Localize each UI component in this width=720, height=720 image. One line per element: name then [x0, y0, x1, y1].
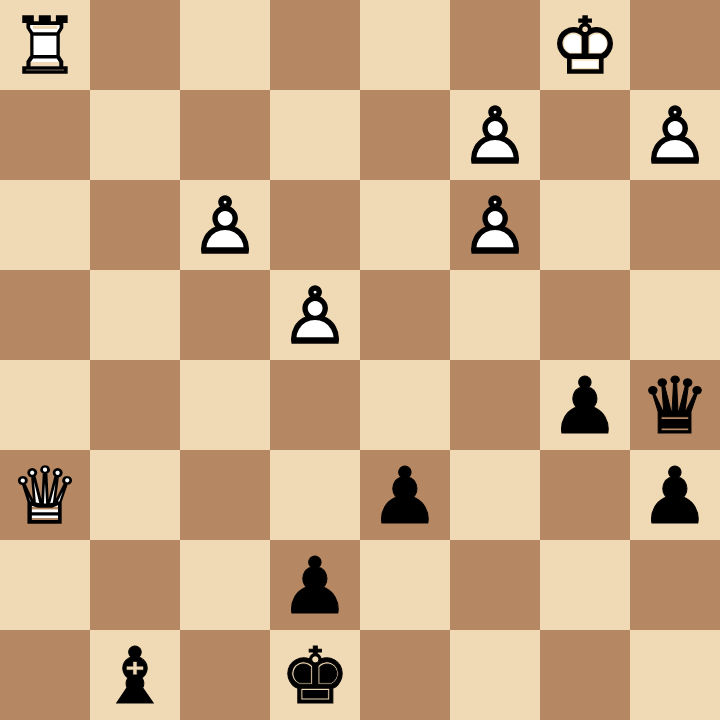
square-h4[interactable]: ♛: [630, 360, 720, 450]
black-bishop[interactable]: ♝: [90, 630, 180, 720]
queen-solid-glyph: ♛: [630, 360, 720, 450]
square-a4[interactable]: [0, 360, 90, 450]
square-c5[interactable]: [180, 270, 270, 360]
square-c7[interactable]: [180, 90, 270, 180]
pawn-outline-glyph: ♙: [450, 180, 540, 270]
black-queen[interactable]: ♛: [630, 360, 720, 450]
square-f8[interactable]: [450, 0, 540, 90]
pawn-solid-glyph: ♟: [360, 450, 450, 540]
square-d5[interactable]: ♟♙: [270, 270, 360, 360]
square-b8[interactable]: [90, 0, 180, 90]
square-h8[interactable]: [630, 0, 720, 90]
black-pawn[interactable]: ♟: [270, 540, 360, 630]
square-b3[interactable]: [90, 450, 180, 540]
square-e4[interactable]: [360, 360, 450, 450]
square-d8[interactable]: [270, 0, 360, 90]
square-c8[interactable]: [180, 0, 270, 90]
pawn-solid-glyph: ♟: [540, 360, 630, 450]
white-pawn[interactable]: ♟♙: [630, 90, 720, 180]
square-g3[interactable]: [540, 450, 630, 540]
square-f2[interactable]: [450, 540, 540, 630]
rook-outline-glyph: ♖: [0, 0, 90, 90]
white-pawn[interactable]: ♟♙: [450, 180, 540, 270]
square-e2[interactable]: [360, 540, 450, 630]
white-pawn[interactable]: ♟♙: [270, 270, 360, 360]
white-queen[interactable]: ♛♕: [0, 450, 90, 540]
chess-board: ♜♖♚♔♟♙♟♙♟♙♟♙♟♙♟♛♛♕♟♟♟♝♚: [0, 0, 720, 720]
square-f4[interactable]: [450, 360, 540, 450]
square-a8[interactable]: ♜♖: [0, 0, 90, 90]
square-h6[interactable]: [630, 180, 720, 270]
white-pawn[interactable]: ♟♙: [450, 90, 540, 180]
square-c3[interactable]: [180, 450, 270, 540]
square-c6[interactable]: ♟♙: [180, 180, 270, 270]
square-g1[interactable]: [540, 630, 630, 720]
pawn-outline-glyph: ♙: [630, 90, 720, 180]
square-g7[interactable]: [540, 90, 630, 180]
square-g6[interactable]: [540, 180, 630, 270]
square-e7[interactable]: [360, 90, 450, 180]
square-f1[interactable]: [450, 630, 540, 720]
pawn-outline-glyph: ♙: [450, 90, 540, 180]
white-rook[interactable]: ♜♖: [0, 0, 90, 90]
square-b5[interactable]: [90, 270, 180, 360]
square-a5[interactable]: [0, 270, 90, 360]
square-h1[interactable]: [630, 630, 720, 720]
square-a1[interactable]: [0, 630, 90, 720]
square-a2[interactable]: [0, 540, 90, 630]
square-b7[interactable]: [90, 90, 180, 180]
square-h3[interactable]: ♟: [630, 450, 720, 540]
square-g5[interactable]: [540, 270, 630, 360]
square-c2[interactable]: [180, 540, 270, 630]
square-f6[interactable]: ♟♙: [450, 180, 540, 270]
square-d1[interactable]: ♚: [270, 630, 360, 720]
pawn-solid-glyph: ♟: [270, 540, 360, 630]
king-outline-glyph: ♔: [540, 0, 630, 90]
white-king[interactable]: ♚♔: [540, 0, 630, 90]
pawn-outline-glyph: ♙: [180, 180, 270, 270]
square-d6[interactable]: [270, 180, 360, 270]
black-pawn[interactable]: ♟: [540, 360, 630, 450]
pawn-outline-glyph: ♙: [270, 270, 360, 360]
white-pawn[interactable]: ♟♙: [180, 180, 270, 270]
square-a7[interactable]: [0, 90, 90, 180]
pawn-solid-glyph: ♟: [630, 450, 720, 540]
king-solid-glyph: ♚: [270, 630, 360, 720]
square-d3[interactable]: [270, 450, 360, 540]
square-d2[interactable]: ♟: [270, 540, 360, 630]
square-e6[interactable]: [360, 180, 450, 270]
square-e1[interactable]: [360, 630, 450, 720]
square-f7[interactable]: ♟♙: [450, 90, 540, 180]
square-d4[interactable]: [270, 360, 360, 450]
black-pawn[interactable]: ♟: [630, 450, 720, 540]
black-king[interactable]: ♚: [270, 630, 360, 720]
square-g8[interactable]: ♚♔: [540, 0, 630, 90]
square-e5[interactable]: [360, 270, 450, 360]
black-pawn[interactable]: ♟: [360, 450, 450, 540]
square-h7[interactable]: ♟♙: [630, 90, 720, 180]
square-h5[interactable]: [630, 270, 720, 360]
square-b4[interactable]: [90, 360, 180, 450]
square-c4[interactable]: [180, 360, 270, 450]
bishop-solid-glyph: ♝: [90, 630, 180, 720]
square-c1[interactable]: [180, 630, 270, 720]
square-b1[interactable]: ♝: [90, 630, 180, 720]
square-b6[interactable]: [90, 180, 180, 270]
square-a6[interactable]: [0, 180, 90, 270]
square-g2[interactable]: [540, 540, 630, 630]
square-g4[interactable]: ♟: [540, 360, 630, 450]
square-e3[interactable]: ♟: [360, 450, 450, 540]
queen-outline-glyph: ♕: [0, 450, 90, 540]
square-f3[interactable]: [450, 450, 540, 540]
square-e8[interactable]: [360, 0, 450, 90]
square-d7[interactable]: [270, 90, 360, 180]
square-a3[interactable]: ♛♕: [0, 450, 90, 540]
square-f5[interactable]: [450, 270, 540, 360]
square-b2[interactable]: [90, 540, 180, 630]
square-h2[interactable]: [630, 540, 720, 630]
